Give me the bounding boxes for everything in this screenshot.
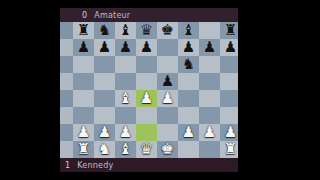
- square-b8[interactable]: ♞: [94, 22, 115, 39]
- square-h7[interactable]: ♟: [220, 39, 238, 56]
- square-f5[interactable]: [178, 73, 199, 90]
- board-edge-sliver: [60, 56, 73, 73]
- square-h4[interactable]: [220, 90, 238, 107]
- square-a3[interactable]: [73, 107, 94, 124]
- piece-black-rook[interactable]: ♜: [77, 22, 90, 39]
- piece-black-rook[interactable]: ♜: [224, 22, 237, 39]
- square-d1[interactable]: ♛: [136, 141, 157, 158]
- square-g7[interactable]: ♟: [199, 39, 220, 56]
- piece-white-pawn[interactable]: ♟: [182, 124, 195, 141]
- square-d5[interactable]: [136, 73, 157, 90]
- square-b4[interactable]: [94, 90, 115, 107]
- piece-white-pawn[interactable]: ♟: [203, 124, 216, 141]
- square-d3[interactable]: [136, 107, 157, 124]
- square-g6[interactable]: [199, 56, 220, 73]
- square-e7[interactable]: [157, 39, 178, 56]
- square-c8[interactable]: ♝: [115, 22, 136, 39]
- square-d7[interactable]: ♟: [136, 39, 157, 56]
- square-f1[interactable]: [178, 141, 199, 158]
- piece-black-pawn[interactable]: ♟: [161, 73, 174, 90]
- square-a5[interactable]: [73, 73, 94, 90]
- square-c1[interactable]: ♝: [115, 141, 136, 158]
- piece-black-queen[interactable]: ♛: [140, 22, 153, 39]
- square-c4[interactable]: ♝: [115, 90, 136, 107]
- player-bar-bottom: 1 Kennedy: [60, 158, 238, 172]
- square-c3[interactable]: [115, 107, 136, 124]
- square-d2[interactable]: [136, 124, 157, 141]
- square-f7[interactable]: ♟: [178, 39, 199, 56]
- square-g8[interactable]: [199, 22, 220, 39]
- square-a2[interactable]: ♟: [73, 124, 94, 141]
- piece-white-rook[interactable]: ♜: [77, 141, 90, 158]
- piece-white-pawn[interactable]: ♟: [161, 90, 174, 107]
- square-e8[interactable]: ♚: [157, 22, 178, 39]
- board-edge-sliver: [60, 124, 73, 141]
- board-edge-sliver: [60, 22, 73, 39]
- square-d4[interactable]: ♟: [136, 90, 157, 107]
- piece-white-pawn[interactable]: ♟: [77, 124, 90, 141]
- piece-black-king[interactable]: ♚: [161, 22, 174, 39]
- piece-black-pawn[interactable]: ♟: [140, 39, 153, 56]
- piece-white-pawn[interactable]: ♟: [140, 90, 153, 107]
- square-f8[interactable]: ♝: [178, 22, 199, 39]
- square-a7[interactable]: ♟: [73, 39, 94, 56]
- square-c7[interactable]: ♟: [115, 39, 136, 56]
- piece-white-pawn[interactable]: ♟: [98, 124, 111, 141]
- square-d8[interactable]: ♛: [136, 22, 157, 39]
- square-g2[interactable]: ♟: [199, 124, 220, 141]
- square-d6[interactable]: [136, 56, 157, 73]
- square-c2[interactable]: ♟: [115, 124, 136, 141]
- board-edge-sliver: [60, 73, 73, 90]
- square-h3[interactable]: [220, 107, 238, 124]
- square-e6[interactable]: [157, 56, 178, 73]
- piece-black-pawn[interactable]: ♟: [182, 39, 195, 56]
- square-a6[interactable]: [73, 56, 94, 73]
- square-a8[interactable]: ♜: [73, 22, 94, 39]
- square-c6[interactable]: [115, 56, 136, 73]
- square-c5[interactable]: [115, 73, 136, 90]
- square-b2[interactable]: ♟: [94, 124, 115, 141]
- piece-white-knight[interactable]: ♞: [98, 141, 111, 158]
- piece-black-knight[interactable]: ♞: [98, 22, 111, 39]
- player-bar-top: 0 Amateur: [60, 8, 238, 22]
- square-e5[interactable]: ♟: [157, 73, 178, 90]
- square-e3[interactable]: [157, 107, 178, 124]
- square-e2[interactable]: [157, 124, 178, 141]
- player-name-top: Amateur: [94, 11, 130, 20]
- square-b3[interactable]: [94, 107, 115, 124]
- piece-black-pawn[interactable]: ♟: [77, 39, 90, 56]
- square-g3[interactable]: [199, 107, 220, 124]
- piece-white-rook[interactable]: ♜: [224, 141, 237, 158]
- square-a4[interactable]: [73, 90, 94, 107]
- piece-black-knight[interactable]: ♞: [182, 56, 195, 73]
- piece-white-pawn[interactable]: ♟: [119, 124, 132, 141]
- square-b7[interactable]: ♟: [94, 39, 115, 56]
- square-f6[interactable]: ♞: [178, 56, 199, 73]
- square-h2[interactable]: ♟: [220, 124, 238, 141]
- square-g4[interactable]: [199, 90, 220, 107]
- square-b6[interactable]: [94, 56, 115, 73]
- square-f3[interactable]: [178, 107, 199, 124]
- square-f4[interactable]: [178, 90, 199, 107]
- square-h5[interactable]: [220, 73, 238, 90]
- piece-white-pawn[interactable]: ♟: [224, 124, 237, 141]
- square-f2[interactable]: ♟: [178, 124, 199, 141]
- square-h1[interactable]: ♜: [220, 141, 238, 158]
- piece-black-pawn[interactable]: ♟: [224, 39, 237, 56]
- piece-white-king[interactable]: ♚: [161, 141, 174, 158]
- square-b1[interactable]: ♞: [94, 141, 115, 158]
- piece-white-bishop[interactable]: ♝: [119, 141, 132, 158]
- square-g5[interactable]: [199, 73, 220, 90]
- square-a1[interactable]: ♜: [73, 141, 94, 158]
- board-viewport: ♜♞♝♛♚♝♜♟♟♟♟♟♟♟♞♟♝♟♟♟♟♟♟♟♟♜♞♝♛♚♜: [60, 22, 238, 158]
- square-h8[interactable]: ♜: [220, 22, 238, 39]
- piece-white-bishop[interactable]: ♝: [119, 90, 132, 107]
- piece-black-pawn[interactable]: ♟: [119, 39, 132, 56]
- board-edge-sliver: [60, 90, 73, 107]
- square-b5[interactable]: [94, 73, 115, 90]
- piece-black-pawn[interactable]: ♟: [203, 39, 216, 56]
- board-edge-sliver: [60, 107, 73, 124]
- square-g1[interactable]: [199, 141, 220, 158]
- chess-board[interactable]: ♜♞♝♛♚♝♜♟♟♟♟♟♟♟♞♟♝♟♟♟♟♟♟♟♟♜♞♝♛♚♜: [60, 22, 238, 158]
- board-edge-sliver: [60, 39, 73, 56]
- piece-black-bishop[interactable]: ♝: [182, 22, 195, 39]
- piece-black-pawn[interactable]: ♟: [98, 39, 111, 56]
- square-h6[interactable]: [220, 56, 238, 73]
- piece-white-queen[interactable]: ♛: [140, 141, 153, 158]
- player-score-top: 0: [82, 11, 87, 20]
- player-name-bottom: Kennedy: [77, 161, 113, 170]
- player-score-bottom: 1: [65, 161, 70, 170]
- piece-black-bishop[interactable]: ♝: [119, 22, 132, 39]
- board-edge-sliver: [60, 141, 73, 158]
- square-e4[interactable]: ♟: [157, 90, 178, 107]
- square-e1[interactable]: ♚: [157, 141, 178, 158]
